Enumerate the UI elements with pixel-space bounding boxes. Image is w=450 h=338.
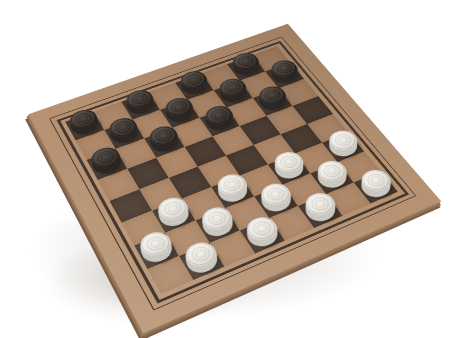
white-checker[interactable] (182, 246, 221, 278)
checkers-board (28, 24, 441, 334)
board-sheet (28, 24, 441, 334)
dark-checker[interactable] (124, 94, 157, 118)
board-grid (65, 47, 398, 294)
white-checker[interactable] (199, 211, 237, 241)
product-photo (0, 0, 450, 338)
dark-checker[interactable] (202, 110, 237, 135)
scene (0, 0, 450, 338)
